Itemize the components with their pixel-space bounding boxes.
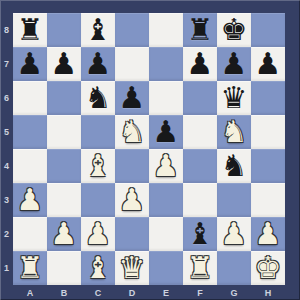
square-d3[interactable]: ♟ [115, 183, 149, 217]
square-a5[interactable] [13, 115, 47, 149]
square-c8[interactable]: ♝ [81, 13, 115, 47]
file-label-f: F [183, 285, 217, 300]
rank-label-1: 1 [0, 251, 13, 285]
square-e6[interactable] [149, 81, 183, 115]
piece-black-pawn[interactable]: ♟ [85, 47, 112, 81]
square-a7[interactable]: ♟ [13, 47, 47, 81]
square-d2[interactable] [115, 217, 149, 251]
file-label-e: E [149, 285, 183, 300]
square-g6[interactable]: ♛ [217, 81, 251, 115]
square-e1[interactable] [149, 251, 183, 285]
square-b5[interactable] [47, 115, 81, 149]
square-d7[interactable] [115, 47, 149, 81]
square-f2[interactable]: ♝ [183, 217, 217, 251]
square-d6[interactable]: ♟ [115, 81, 149, 115]
square-f6[interactable] [183, 81, 217, 115]
square-b6[interactable] [47, 81, 81, 115]
square-h2[interactable]: ♟ [251, 217, 285, 251]
piece-black-rook[interactable]: ♜ [17, 13, 44, 47]
square-d5[interactable]: ♞ [115, 115, 149, 149]
piece-white-knight[interactable]: ♞ [221, 115, 248, 149]
piece-white-rook[interactable]: ♜ [187, 251, 214, 285]
piece-white-knight[interactable]: ♞ [119, 115, 146, 149]
piece-black-pawn[interactable]: ♟ [51, 47, 78, 81]
piece-white-queen[interactable]: ♛ [119, 251, 146, 285]
square-e8[interactable] [149, 13, 183, 47]
piece-white-pawn[interactable]: ♟ [255, 217, 282, 251]
square-g7[interactable]: ♟ [217, 47, 251, 81]
square-c2[interactable]: ♟ [81, 217, 115, 251]
square-g5[interactable]: ♞ [217, 115, 251, 149]
square-e3[interactable] [149, 183, 183, 217]
piece-black-bishop[interactable]: ♝ [85, 13, 112, 47]
square-e2[interactable] [149, 217, 183, 251]
square-f1[interactable]: ♜ [183, 251, 217, 285]
piece-white-rook[interactable]: ♜ [17, 251, 44, 285]
piece-white-bishop[interactable]: ♝ [85, 251, 112, 285]
square-a3[interactable]: ♟ [13, 183, 47, 217]
square-b8[interactable] [47, 13, 81, 47]
square-f3[interactable] [183, 183, 217, 217]
square-b1[interactable] [47, 251, 81, 285]
square-g8[interactable]: ♚ [217, 13, 251, 47]
file-label-g: G [217, 285, 251, 300]
piece-black-pawn[interactable]: ♟ [119, 81, 146, 115]
square-h7[interactable]: ♟ [251, 47, 285, 81]
square-g2[interactable]: ♟ [217, 217, 251, 251]
rank-label-7: 7 [0, 47, 13, 81]
rank-label-6: 6 [0, 81, 13, 115]
rank-label-4: 4 [0, 149, 13, 183]
square-f5[interactable] [183, 115, 217, 149]
square-b2[interactable]: ♟ [47, 217, 81, 251]
rank-label-5: 5 [0, 115, 13, 149]
square-h4[interactable] [251, 149, 285, 183]
square-c3[interactable] [81, 183, 115, 217]
square-c5[interactable] [81, 115, 115, 149]
piece-black-knight[interactable]: ♞ [85, 81, 112, 115]
square-e4[interactable]: ♟ [149, 149, 183, 183]
piece-white-pawn[interactable]: ♟ [221, 217, 248, 251]
rank-label-8: 8 [0, 13, 13, 47]
square-f4[interactable] [183, 149, 217, 183]
square-a2[interactable] [13, 217, 47, 251]
square-d1[interactable]: ♛ [115, 251, 149, 285]
file-label-b: B [47, 285, 81, 300]
piece-white-pawn[interactable]: ♟ [85, 217, 112, 251]
square-f7[interactable]: ♟ [183, 47, 217, 81]
file-label-h: H [251, 285, 285, 300]
square-e7[interactable] [149, 47, 183, 81]
square-a8[interactable]: ♜ [13, 13, 47, 47]
square-c7[interactable]: ♟ [81, 47, 115, 81]
rank-label-3: 3 [0, 183, 13, 217]
piece-black-pawn[interactable]: ♟ [17, 47, 44, 81]
square-b4[interactable] [47, 149, 81, 183]
square-h1[interactable]: ♚ [251, 251, 285, 285]
piece-white-king[interactable]: ♚ [255, 251, 282, 285]
piece-black-pawn[interactable]: ♟ [221, 47, 248, 81]
square-h5[interactable] [251, 115, 285, 149]
piece-white-pawn[interactable]: ♟ [17, 183, 44, 217]
square-d8[interactable] [115, 13, 149, 47]
piece-white-bishop[interactable]: ♝ [85, 149, 112, 183]
square-f8[interactable]: ♜ [183, 13, 217, 47]
square-e5[interactable]: ♟ [149, 115, 183, 149]
square-h3[interactable] [251, 183, 285, 217]
square-b3[interactable] [47, 183, 81, 217]
piece-black-queen[interactable]: ♛ [221, 81, 248, 115]
file-label-a: A [13, 285, 47, 300]
piece-black-knight[interactable]: ♞ [221, 149, 248, 183]
piece-white-pawn[interactable]: ♟ [153, 149, 180, 183]
piece-black-king[interactable]: ♚ [221, 13, 248, 47]
piece-black-rook[interactable]: ♜ [187, 13, 214, 47]
square-a6[interactable] [13, 81, 47, 115]
square-a4[interactable] [13, 149, 47, 183]
square-g4[interactable]: ♞ [217, 149, 251, 183]
piece-black-pawn[interactable]: ♟ [153, 115, 180, 149]
file-label-d: D [115, 285, 149, 300]
square-b7[interactable]: ♟ [47, 47, 81, 81]
chess-board-frame: ♜♝♜♚♟♟♟♟♟♟♞♟♛♞♟♞♝♟♞♟♟♟♟♝♟♟♜♝♛♜♚ 87654321… [0, 0, 300, 300]
square-c6[interactable]: ♞ [81, 81, 115, 115]
piece-white-pawn[interactable]: ♟ [119, 183, 146, 217]
square-a1[interactable]: ♜ [13, 251, 47, 285]
rank-label-2: 2 [0, 217, 13, 251]
square-c4[interactable]: ♝ [81, 149, 115, 183]
piece-black-pawn[interactable]: ♟ [187, 47, 214, 81]
piece-black-bishop[interactable]: ♝ [187, 217, 214, 251]
square-g1[interactable] [217, 251, 251, 285]
square-c1[interactable]: ♝ [81, 251, 115, 285]
square-h6[interactable] [251, 81, 285, 115]
chess-board: ♜♝♜♚♟♟♟♟♟♟♞♟♛♞♟♞♝♟♞♟♟♟♟♝♟♟♜♝♛♜♚ [13, 13, 285, 285]
square-h8[interactable] [251, 13, 285, 47]
piece-black-pawn[interactable]: ♟ [255, 47, 282, 81]
piece-white-pawn[interactable]: ♟ [51, 217, 78, 251]
square-d4[interactable] [115, 149, 149, 183]
square-g3[interactable] [217, 183, 251, 217]
file-label-c: C [81, 285, 115, 300]
